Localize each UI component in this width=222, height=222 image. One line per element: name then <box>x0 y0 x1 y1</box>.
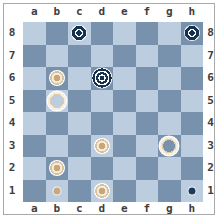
square-b6[interactable] <box>46 67 69 90</box>
piece-white-king-b5[interactable] <box>46 90 67 111</box>
file-label-g: g <box>158 202 181 216</box>
marker-white-dot-b1[interactable] <box>53 187 60 194</box>
rank-label-8: 8 <box>204 22 217 45</box>
square-h6[interactable] <box>181 67 204 90</box>
file-label-c: c <box>68 202 91 216</box>
square-b1[interactable] <box>46 180 69 203</box>
square-e3[interactable] <box>113 135 136 158</box>
square-d7[interactable] <box>91 45 114 68</box>
square-e7[interactable] <box>113 45 136 68</box>
square-b5[interactable] <box>46 90 69 113</box>
file-label-g: g <box>158 4 181 21</box>
square-h8[interactable] <box>181 22 204 45</box>
square-c2[interactable] <box>68 157 91 180</box>
square-a3[interactable] <box>23 135 46 158</box>
square-a5[interactable] <box>23 90 46 113</box>
square-g8[interactable] <box>158 22 181 45</box>
square-h5[interactable] <box>181 90 204 113</box>
file-label-f: f <box>136 202 159 216</box>
square-c1[interactable] <box>68 180 91 203</box>
square-g6[interactable] <box>158 67 181 90</box>
square-b3[interactable] <box>46 135 69 158</box>
rank-labels-left: 87654321 <box>4 22 20 202</box>
file-label-c: c <box>68 4 91 21</box>
square-c5[interactable] <box>68 90 91 113</box>
file-labels-bottom: abcdefgh <box>23 202 203 216</box>
square-d2[interactable] <box>91 157 114 180</box>
square-d8[interactable] <box>91 22 114 45</box>
piece-white-king-g3[interactable] <box>159 135 180 156</box>
rank-label-7: 7 <box>4 45 20 68</box>
file-label-a: a <box>23 4 46 21</box>
rank-label-3: 3 <box>4 135 20 158</box>
square-a6[interactable] <box>23 67 46 90</box>
square-g4[interactable] <box>158 112 181 135</box>
square-b8[interactable] <box>46 22 69 45</box>
rank-labels-right: 87654321 <box>204 22 217 202</box>
square-a7[interactable] <box>23 45 46 68</box>
square-h1[interactable] <box>181 180 204 203</box>
rank-label-2: 2 <box>4 157 20 180</box>
square-f7[interactable] <box>136 45 159 68</box>
rank-label-6: 6 <box>4 67 20 90</box>
rank-label-4: 4 <box>4 112 20 135</box>
square-h3[interactable] <box>181 135 204 158</box>
square-a1[interactable] <box>23 180 46 203</box>
rank-label-5: 5 <box>4 90 20 113</box>
rank-label-3: 3 <box>204 135 217 158</box>
rank-label-1: 1 <box>4 180 20 203</box>
square-d3[interactable] <box>91 135 114 158</box>
square-h2[interactable] <box>181 157 204 180</box>
square-c6[interactable] <box>68 67 91 90</box>
file-label-d: d <box>91 202 114 216</box>
square-g7[interactable] <box>158 45 181 68</box>
rank-label-7: 7 <box>204 45 217 68</box>
square-d5[interactable] <box>91 90 114 113</box>
square-c8[interactable] <box>68 22 91 45</box>
square-g5[interactable] <box>158 90 181 113</box>
square-f8[interactable] <box>136 22 159 45</box>
rank-label-4: 4 <box>204 112 217 135</box>
square-d1[interactable] <box>91 180 114 203</box>
square-a8[interactable] <box>23 22 46 45</box>
piece-white-man-d1[interactable] <box>94 183 110 199</box>
file-label-a: a <box>23 202 46 216</box>
square-c3[interactable] <box>68 135 91 158</box>
checkers-widget: abcdefgh abcdefgh 87654321 87654321 <box>0 0 222 222</box>
square-c4[interactable] <box>68 112 91 135</box>
square-a4[interactable] <box>23 112 46 135</box>
square-g3[interactable] <box>158 135 181 158</box>
piece-black-man-c8[interactable] <box>71 25 87 41</box>
square-f4[interactable] <box>136 112 159 135</box>
square-b2[interactable] <box>46 157 69 180</box>
square-b7[interactable] <box>46 45 69 68</box>
piece-white-man-d3[interactable] <box>94 138 110 154</box>
square-e1[interactable] <box>113 180 136 203</box>
square-g1[interactable] <box>158 180 181 203</box>
square-h7[interactable] <box>181 45 204 68</box>
square-e6[interactable] <box>113 67 136 90</box>
square-e2[interactable] <box>113 157 136 180</box>
rank-label-2: 2 <box>204 157 217 180</box>
file-label-h: h <box>181 4 204 21</box>
square-f6[interactable] <box>136 67 159 90</box>
square-f1[interactable] <box>136 180 159 203</box>
piece-black-king-d6[interactable] <box>91 68 112 89</box>
file-label-f: f <box>136 4 159 21</box>
square-d6[interactable] <box>91 67 114 90</box>
square-g2[interactable] <box>158 157 181 180</box>
square-f5[interactable] <box>136 90 159 113</box>
square-e8[interactable] <box>113 22 136 45</box>
rank-label-1: 1 <box>204 180 217 203</box>
file-label-e: e <box>113 4 136 21</box>
file-label-b: b <box>46 4 69 21</box>
square-f3[interactable] <box>136 135 159 158</box>
rank-label-6: 6 <box>204 67 217 90</box>
file-label-e: e <box>113 202 136 216</box>
square-f2[interactable] <box>136 157 159 180</box>
file-labels-top: abcdefgh <box>23 4 203 21</box>
checkers-board[interactable] <box>23 22 203 202</box>
square-e5[interactable] <box>113 90 136 113</box>
rank-label-5: 5 <box>204 90 217 113</box>
rank-label-8: 8 <box>4 22 20 45</box>
file-label-h: h <box>181 202 204 216</box>
piece-white-man-b6[interactable] <box>49 70 65 86</box>
file-label-d: d <box>91 4 114 21</box>
square-d4[interactable] <box>91 112 114 135</box>
square-e4[interactable] <box>113 112 136 135</box>
piece-white-man-b2[interactable] <box>49 160 65 176</box>
square-h4[interactable] <box>181 112 204 135</box>
square-a2[interactable] <box>23 157 46 180</box>
square-b4[interactable] <box>46 112 69 135</box>
file-label-b: b <box>46 202 69 216</box>
piece-black-man-h8[interactable] <box>184 25 200 41</box>
marker-black-dot-h1[interactable] <box>188 187 195 194</box>
square-c7[interactable] <box>68 45 91 68</box>
